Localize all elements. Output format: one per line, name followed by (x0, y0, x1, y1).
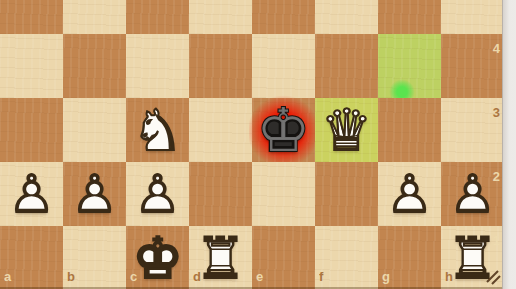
resize-handle-icon[interactable] (484, 268, 502, 286)
file-label-b: b (67, 269, 75, 284)
square-e4[interactable] (252, 34, 315, 98)
square-d1[interactable]: ♜♖d (189, 226, 252, 289)
square-e5[interactable] (252, 0, 315, 34)
piece-outline-glyph: ♙ (126, 162, 189, 226)
square-a4[interactable] (0, 34, 63, 98)
square-g5[interactable] (378, 0, 441, 34)
square-h4[interactable]: 4 (441, 34, 504, 98)
square-b5[interactable] (63, 0, 126, 34)
piece-fill-glyph: ♟ (0, 162, 63, 226)
square-d2[interactable] (189, 162, 252, 226)
file-label-f: f (319, 269, 323, 284)
square-h2[interactable]: ♟♙2 (441, 162, 504, 226)
piece-fill-glyph: ♟ (378, 162, 441, 226)
square-b2[interactable]: ♟♙ (63, 162, 126, 226)
piece-outline-glyph: ♔ (252, 98, 315, 162)
piece-wP-h2[interactable]: ♟♙ (441, 162, 504, 226)
rank-label-4: 4 (493, 41, 500, 56)
square-f5[interactable] (315, 0, 378, 34)
piece-wP-c2[interactable]: ♟♙ (126, 162, 189, 226)
piece-outline-glyph: ♙ (0, 162, 63, 226)
piece-wN-c3[interactable]: ♞♘ (126, 98, 189, 162)
square-d4[interactable] (189, 34, 252, 98)
square-h5[interactable] (441, 0, 504, 34)
square-d5[interactable] (189, 0, 252, 34)
piece-fill-glyph: ♟ (126, 162, 189, 226)
square-g2[interactable]: ♟♙ (378, 162, 441, 226)
piece-outline-glyph: ♙ (378, 162, 441, 226)
piece-wP-b2[interactable]: ♟♙ (63, 162, 126, 226)
file-label-g: g (382, 269, 390, 284)
square-b4[interactable] (63, 34, 126, 98)
square-e3[interactable]: ♚♔ (252, 98, 315, 162)
piece-wP-a2[interactable]: ♟♙ (0, 162, 63, 226)
file-label-a: a (4, 269, 11, 284)
piece-wK-c1[interactable]: ♚♔ (126, 226, 189, 289)
square-g3[interactable] (378, 98, 441, 162)
square-c2[interactable]: ♟♙ (126, 162, 189, 226)
square-d3[interactable] (189, 98, 252, 162)
square-f1[interactable]: f (315, 226, 378, 289)
piece-fill-glyph: ♛ (315, 98, 378, 162)
square-g4[interactable] (378, 34, 441, 98)
piece-outline-glyph: ♕ (315, 98, 378, 162)
square-a1[interactable]: a (0, 226, 63, 289)
piece-outline-glyph: ♘ (126, 98, 189, 162)
square-a2[interactable]: ♟♙ (0, 162, 63, 226)
square-f4[interactable] (315, 34, 378, 98)
piece-outline-glyph: ♙ (441, 162, 504, 226)
square-b1[interactable]: b (63, 226, 126, 289)
piece-fill-glyph: ♞ (126, 98, 189, 162)
piece-fill-glyph: ♟ (441, 162, 504, 226)
chess-app-window: 4♞♘♚♔♛♕3♟♙♟♙♟♙♟♙♟♙2ab♚♔c♜♖defg♜♖h1 (0, 0, 516, 289)
square-c3[interactable]: ♞♘ (126, 98, 189, 162)
square-c4[interactable] (126, 34, 189, 98)
chess-board: 4♞♘♚♔♛♕3♟♙♟♙♟♙♟♙♟♙2ab♚♔c♜♖defg♜♖h1 (0, 0, 504, 289)
square-c1[interactable]: ♚♔c (126, 226, 189, 289)
window-background-gutter (502, 0, 516, 289)
piece-outline-glyph: ♔ (126, 226, 189, 289)
piece-wQ-f3[interactable]: ♛♕ (315, 98, 378, 162)
rank-label-3: 3 (493, 105, 500, 120)
piece-wR-d1[interactable]: ♜♖ (189, 226, 252, 289)
piece-outline-glyph: ♖ (189, 226, 252, 289)
piece-fill-glyph: ♚ (252, 98, 315, 162)
square-c5[interactable] (126, 0, 189, 34)
square-g1[interactable]: g (378, 226, 441, 289)
piece-fill-glyph: ♚ (126, 226, 189, 289)
square-e1[interactable]: e (252, 226, 315, 289)
square-b3[interactable] (63, 98, 126, 162)
square-a3[interactable] (0, 98, 63, 162)
square-f3[interactable]: ♛♕ (315, 98, 378, 162)
piece-outline-glyph: ♙ (63, 162, 126, 226)
square-a5[interactable] (0, 0, 63, 34)
piece-fill-glyph: ♜ (189, 226, 252, 289)
file-label-e: e (256, 269, 263, 284)
piece-wP-g2[interactable]: ♟♙ (378, 162, 441, 226)
piece-fill-glyph: ♟ (63, 162, 126, 226)
square-f2[interactable] (315, 162, 378, 226)
square-h3[interactable]: 3 (441, 98, 504, 162)
square-e2[interactable] (252, 162, 315, 226)
piece-bK-e3[interactable]: ♚♔ (252, 98, 315, 162)
